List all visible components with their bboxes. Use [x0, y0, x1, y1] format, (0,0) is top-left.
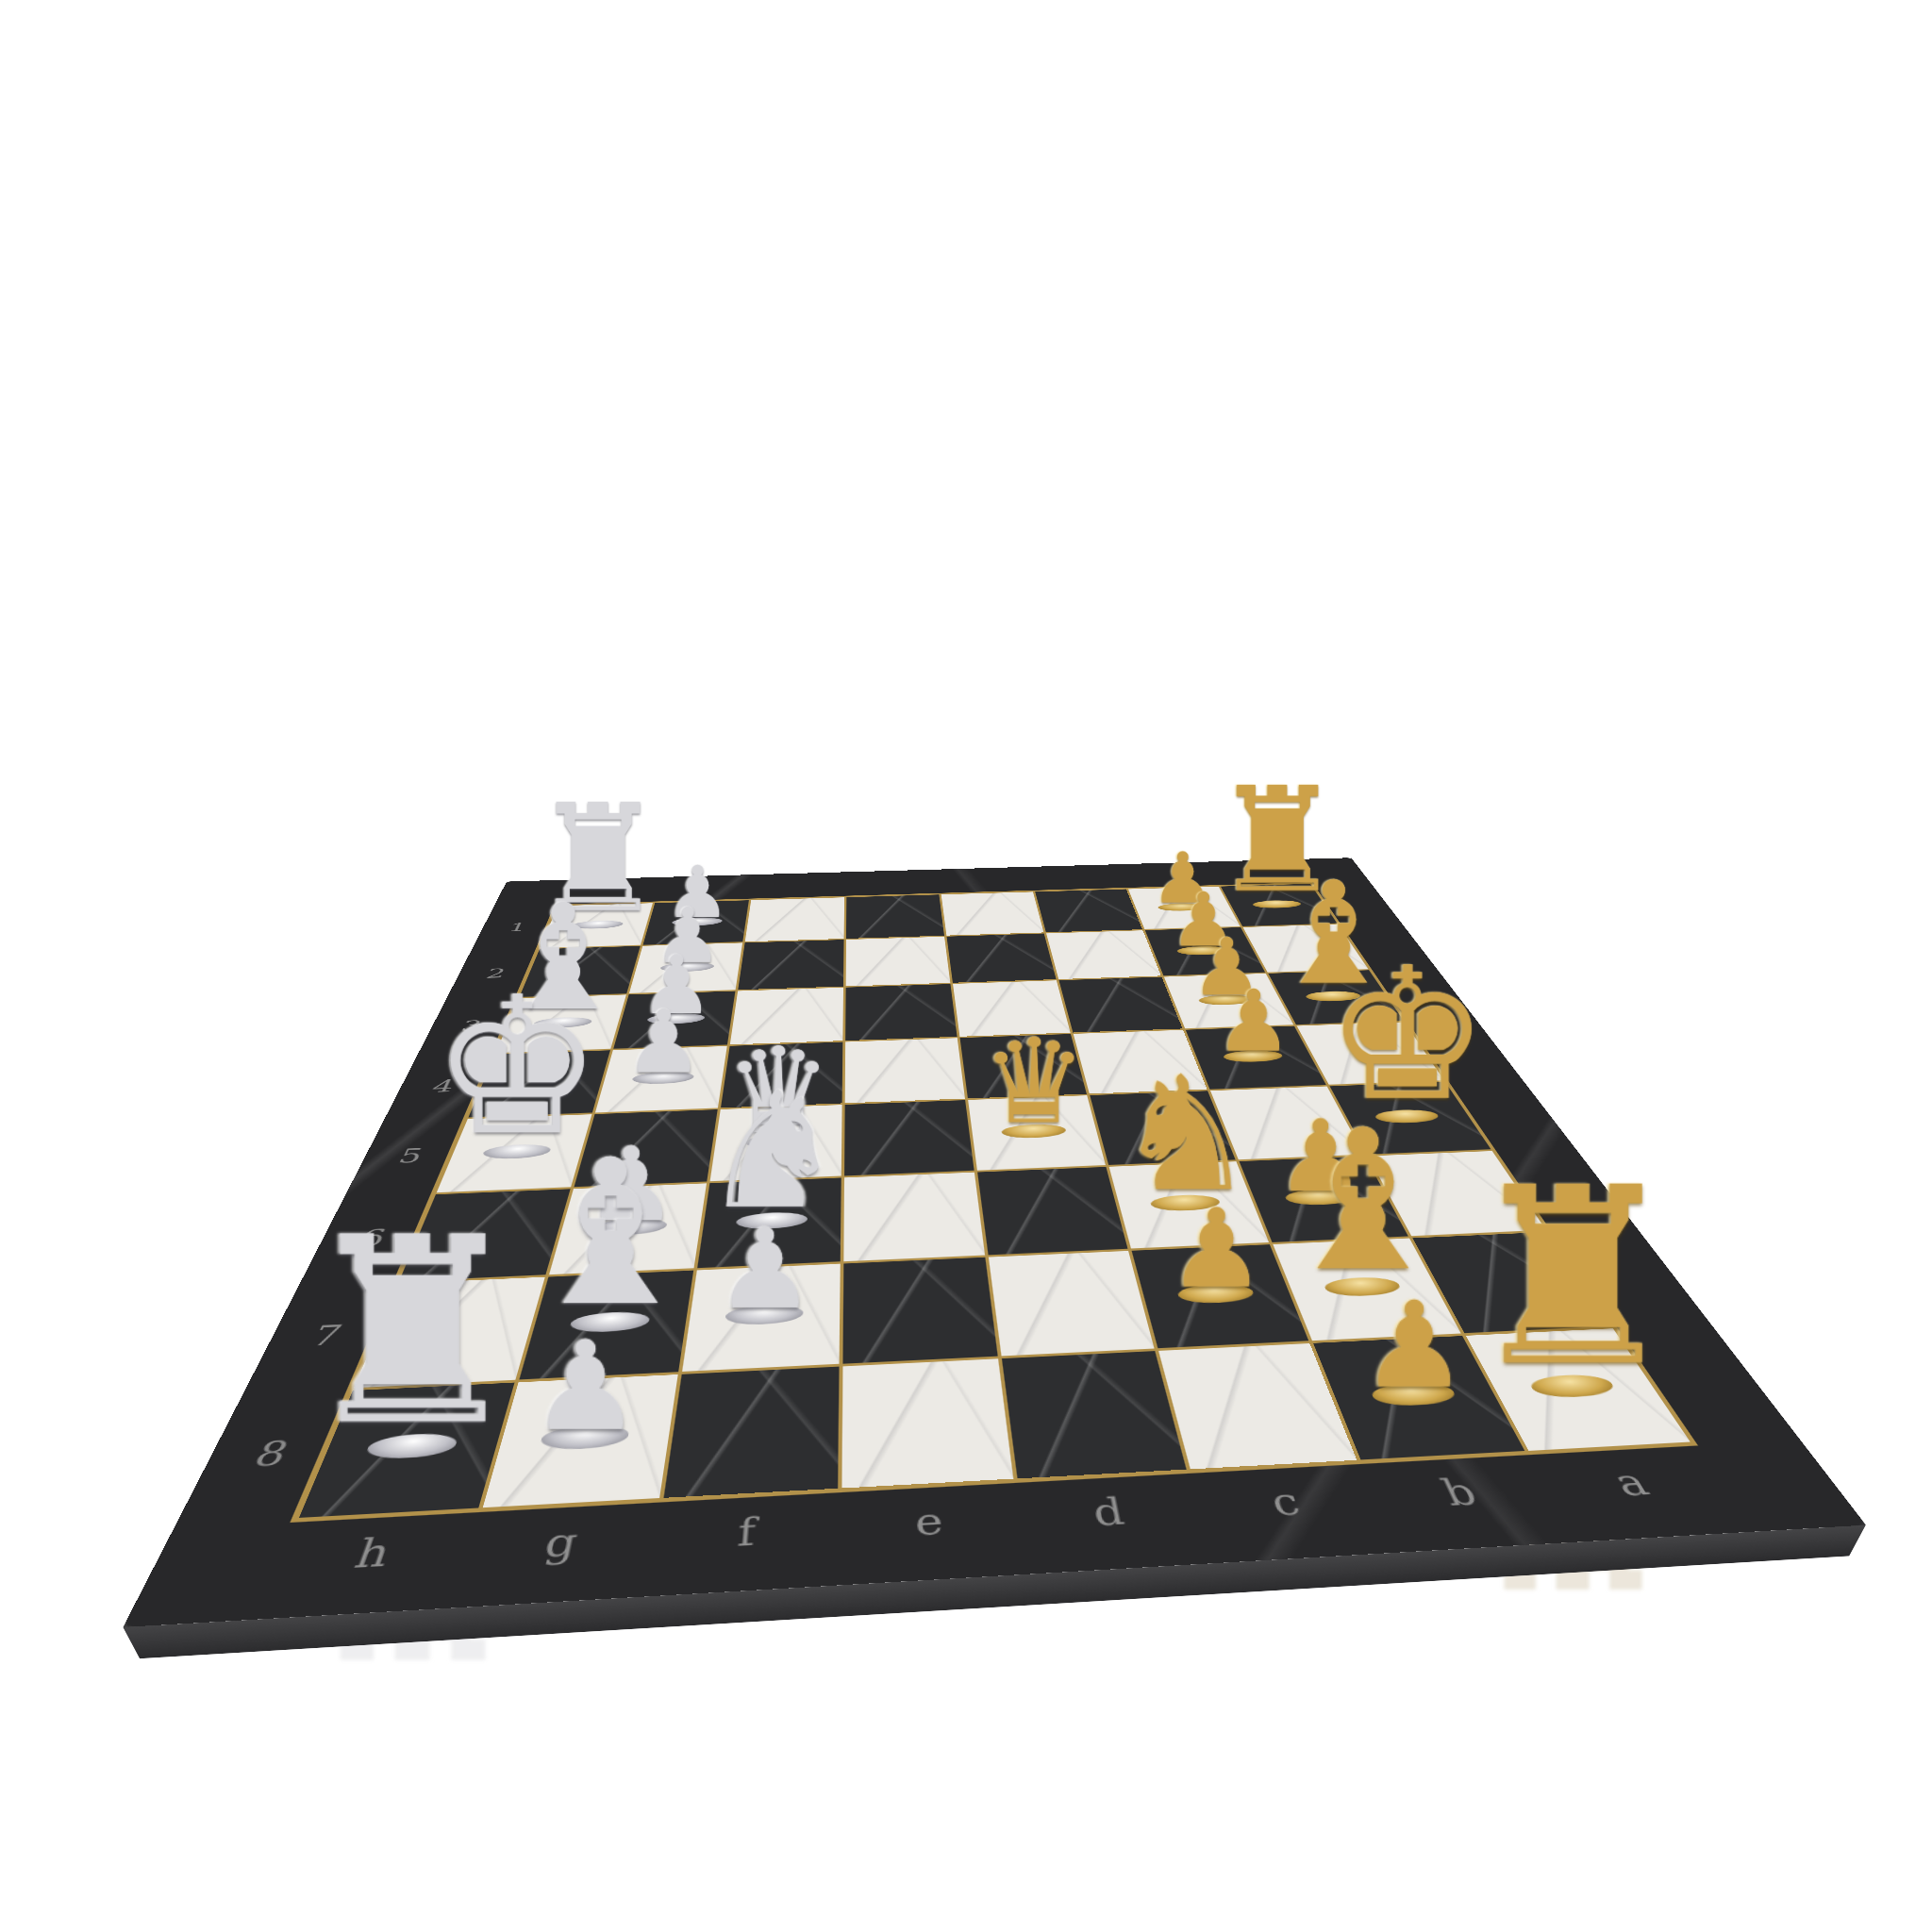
- piece-base-g2: [659, 962, 715, 973]
- square-e5: [844, 1100, 974, 1175]
- square-c5: [1090, 1091, 1235, 1165]
- square-d7: [988, 1251, 1154, 1356]
- square-e2: [845, 937, 950, 987]
- piece-base-a1: [1251, 900, 1304, 908]
- square-c4: [1073, 1030, 1207, 1094]
- piece-base-f5: [744, 1133, 811, 1149]
- file-label-e: e: [839, 1494, 1023, 1549]
- square-g1: ♟♟: [642, 900, 748, 944]
- square-h2: [519, 946, 640, 997]
- square-f7: ♟♟: [682, 1263, 841, 1371]
- square-b4: ♟♟: [1185, 1025, 1325, 1089]
- square-f1: [744, 897, 843, 941]
- piece-base-b8: [1368, 1381, 1459, 1407]
- piece-base-b6: [1283, 1188, 1358, 1206]
- square-b5: [1209, 1086, 1363, 1159]
- square-g5: [574, 1109, 717, 1187]
- square-e6: [843, 1172, 985, 1260]
- square-c1: [1035, 889, 1142, 932]
- square-e8: [841, 1358, 1013, 1488]
- piece-base-g7: [568, 1310, 651, 1333]
- rank-label-3: 3: [435, 998, 506, 1056]
- file-label-a: a: [1534, 1457, 1730, 1508]
- square-f4: [721, 1041, 842, 1108]
- square-e7: [842, 1257, 997, 1363]
- square-f2: [738, 940, 843, 990]
- square-g3: ♟♟: [613, 991, 735, 1048]
- square-f3: [729, 988, 842, 1045]
- piece-base-d5: [1001, 1124, 1068, 1140]
- piece-base-g6: [592, 1217, 668, 1236]
- product-photo-scene: ♜♜♟♟♟♟♜♜♟♟♟♟♝♝♟♟♟♟♝♝♟♟♟♟♚♚♛♛♛♛♚♚♟♟♞♞♞♞♟♟…: [0, 0, 1932, 1932]
- square-d1: [941, 891, 1043, 935]
- square-d2: [946, 933, 1056, 982]
- square-b3: ♟♟: [1163, 974, 1292, 1028]
- square-a2: [1242, 924, 1368, 973]
- piece-base-c7: [1175, 1283, 1257, 1305]
- square-g8: ♟♟: [482, 1374, 677, 1507]
- file-label-d: d: [1017, 1485, 1204, 1539]
- square-f5: ♛♛: [709, 1105, 841, 1181]
- rank-label-2: 2: [463, 949, 527, 1000]
- square-e4: [844, 1038, 964, 1103]
- piece-base-b3: [1197, 994, 1257, 1006]
- square-h4: [468, 1050, 609, 1117]
- piece-base-b2: [1175, 945, 1231, 956]
- file-label-f: f: [652, 1505, 840, 1560]
- piece-base-g8: [539, 1424, 631, 1452]
- file-label-h: h: [269, 1524, 475, 1582]
- piece-base-h3: [532, 1017, 593, 1029]
- square-f6: ♞♞: [697, 1177, 841, 1268]
- piece-base-b4: [1222, 1050, 1286, 1063]
- square-h3: ♝♝: [495, 994, 625, 1053]
- square-h1: ♜♜: [540, 903, 652, 948]
- square-f8: [663, 1366, 839, 1497]
- piece-base-g3: [646, 1012, 706, 1024]
- piece-base-h5: [481, 1143, 553, 1159]
- square-d8: [1001, 1351, 1186, 1478]
- square-a7: [1412, 1232, 1611, 1333]
- square-d4: [959, 1034, 1086, 1098]
- square-e3: [845, 984, 957, 1041]
- file-label-c: c: [1191, 1475, 1381, 1528]
- chess-board: ♜♜♟♟♟♟♜♜♟♟♟♟♝♝♟♟♟♟♝♝♟♟♟♟♚♚♛♛♛♛♚♚♟♟♞♞♞♞♟♟…: [123, 858, 1865, 1627]
- square-e1: [846, 894, 944, 939]
- square-g4: ♟♟: [595, 1046, 727, 1112]
- piece-base-b1: [1157, 903, 1208, 912]
- piece-base-a8: [1525, 1374, 1619, 1399]
- square-d5: ♛♛: [968, 1095, 1106, 1170]
- square-h5: ♚♚: [436, 1114, 591, 1192]
- piece-base-b7: [1322, 1276, 1404, 1298]
- square-g7: ♝♝: [519, 1270, 693, 1379]
- piece-base-f7: [724, 1304, 804, 1326]
- piece-base-f6: [736, 1211, 808, 1230]
- square-c3: [1058, 976, 1182, 1032]
- square-h8: ♜♜: [298, 1382, 514, 1517]
- piece-base-g4: [631, 1071, 695, 1085]
- square-g2: ♟♟: [629, 942, 742, 993]
- piece-base-c6: [1149, 1193, 1223, 1211]
- rank-label-1: 1: [487, 906, 545, 950]
- file-label-b: b: [1364, 1466, 1557, 1518]
- piece-base-h1: [571, 920, 625, 929]
- square-g6: ♟♟: [549, 1183, 707, 1274]
- piece-base-a3: [1304, 991, 1364, 1002]
- file-label-g: g: [462, 1514, 658, 1571]
- square-a1: ♜♜: [1220, 884, 1336, 926]
- piece-base-a5: [1373, 1108, 1442, 1124]
- square-b6: ♟♟: [1239, 1156, 1407, 1241]
- piece-base-h8: [363, 1432, 460, 1460]
- piece-base-g1: [671, 917, 723, 926]
- square-a4: [1296, 1022, 1443, 1084]
- square-d6: [977, 1167, 1127, 1255]
- square-h6: [398, 1189, 570, 1281]
- square-c2: [1046, 930, 1161, 979]
- square-h7: [354, 1276, 544, 1387]
- square-d3: [953, 980, 1070, 1036]
